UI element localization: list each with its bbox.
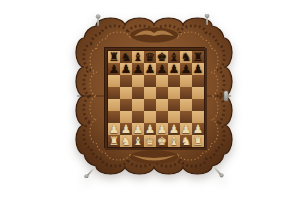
piece-white-queen: ♛ [144,135,156,147]
square-g6 [180,75,192,87]
eagle-crest-motif [130,28,178,43]
foot-left-icon [85,168,94,178]
square-c4 [132,99,144,111]
square-h1: ♜ [192,135,204,147]
square-f1: ♝ [168,135,180,147]
square-g4 [180,99,192,111]
piece-white-rook: ♜ [192,135,204,147]
square-d5 [144,87,156,99]
square-a4 [108,99,120,111]
square-a1: ♜ [108,135,120,147]
square-e5 [156,87,168,99]
piece-black-pawn: ♟ [108,63,120,75]
square-g1: ♞ [180,135,192,147]
square-c6 [132,75,144,87]
square-g5 [180,87,192,99]
piece-white-rook: ♜ [108,135,120,147]
square-b6 [120,75,132,87]
square-f7: ♟ [168,63,180,75]
square-b5 [120,87,132,99]
piece-black-pawn: ♟ [120,63,132,75]
piece-black-pawn: ♟ [156,63,168,75]
square-b1: ♞ [120,135,132,147]
square-d7: ♟ [144,63,156,75]
square-d4 [144,99,156,111]
square-g7: ♟ [180,63,192,75]
square-b7: ♟ [120,63,132,75]
piece-black-pawn: ♟ [180,63,192,75]
product-photo: ♜♞♝♛♚♝♞♜♟♟♟♟♟♟♟♟♟♟♟♟♟♟♟♟♜♞♝♛♚♝♞♜ [0,0,300,200]
square-e4 [156,99,168,111]
square-e7: ♟ [156,63,168,75]
square-a6 [108,75,120,87]
piece-white-knight: ♞ [120,135,132,147]
piece-white-bishop: ♝ [132,135,144,147]
square-f5 [168,87,180,99]
piece-black-pawn: ♟ [192,63,204,75]
piece-white-knight: ♞ [180,135,192,147]
square-c7: ♟ [132,63,144,75]
square-h5 [192,87,204,99]
square-a5 [108,87,120,99]
square-d6 [144,75,156,87]
square-a7: ♟ [108,63,120,75]
square-d1: ♛ [144,135,156,147]
square-c1: ♝ [132,135,144,147]
square-c5 [132,87,144,99]
square-e1: ♚ [156,135,168,147]
foot-right-icon [214,167,223,177]
square-h4 [192,99,204,111]
square-b4 [120,99,132,111]
piece-white-bishop: ♝ [168,135,180,147]
square-h7: ♟ [192,63,204,75]
piece-black-pawn: ♟ [144,63,156,75]
piece-black-pawn: ♟ [168,63,180,75]
clasp-icon [224,91,228,101]
piece-black-pawn: ♟ [132,63,144,75]
square-f4 [168,99,180,111]
square-f6 [168,75,180,87]
square-h6 [192,75,204,87]
crescent-motif [130,150,178,164]
chess-board: ♜♞♝♛♚♝♞♜♟♟♟♟♟♟♟♟♟♟♟♟♟♟♟♟♜♞♝♛♚♝♞♜ [107,50,205,148]
piece-white-king: ♚ [156,135,168,147]
square-e6 [156,75,168,87]
